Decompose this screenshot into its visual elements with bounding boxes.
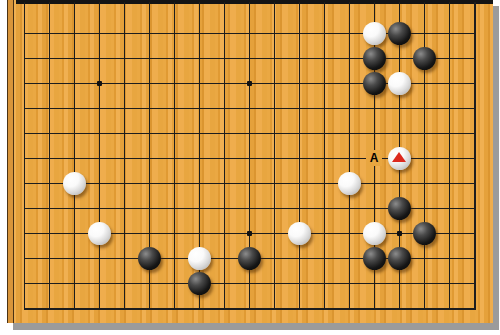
grid-line-vertical — [274, 2, 275, 308]
board-top-edge-line — [16, 0, 493, 4]
black-stone[interactable] — [413, 222, 436, 245]
grid-line-horizontal — [24, 133, 476, 134]
black-stone[interactable] — [388, 22, 411, 45]
white-stone[interactable] — [288, 222, 311, 245]
star-point — [247, 81, 252, 86]
black-stone[interactable] — [413, 47, 436, 70]
white-stone[interactable] — [63, 172, 86, 195]
white-stone[interactable] — [363, 222, 386, 245]
grid-line-vertical — [99, 2, 100, 308]
grid-line-vertical — [449, 2, 450, 308]
star-point — [97, 81, 102, 86]
grid-line-vertical — [174, 2, 175, 308]
black-stone[interactable] — [363, 247, 386, 270]
grid-line-vertical — [74, 2, 75, 308]
black-stone[interactable] — [363, 72, 386, 95]
white-stone[interactable] — [388, 72, 411, 95]
black-stone[interactable] — [363, 47, 386, 70]
star-point — [247, 231, 252, 236]
grid-line-vertical — [299, 2, 300, 308]
black-stone[interactable] — [388, 247, 411, 270]
grid-line-horizontal — [24, 58, 476, 59]
star-point — [397, 231, 402, 236]
board-shadow-right — [493, 6, 499, 330]
grid-line-vertical — [124, 2, 125, 308]
black-stone[interactable] — [138, 247, 161, 270]
grid-line-vertical — [349, 2, 350, 308]
white-stone[interactable] — [188, 247, 211, 270]
last-move-triangle-icon — [392, 152, 406, 162]
grid-line-horizontal — [24, 183, 476, 184]
white-stone[interactable] — [388, 147, 411, 170]
go-board-screenshot: A — [0, 0, 500, 335]
black-stone[interactable] — [388, 197, 411, 220]
grid-line-horizontal — [24, 308, 476, 310]
white-stone[interactable] — [338, 172, 361, 195]
point-label-a[interactable]: A — [366, 150, 382, 166]
grid-line-vertical — [224, 2, 225, 308]
grid-line-vertical — [474, 2, 476, 308]
white-stone[interactable] — [88, 222, 111, 245]
black-stone[interactable] — [188, 272, 211, 295]
board-shadow-bottom — [13, 323, 499, 330]
black-stone[interactable] — [238, 247, 261, 270]
board-left-edge — [7, 0, 14, 323]
grid-line-horizontal — [24, 108, 476, 109]
white-stone[interactable] — [363, 22, 386, 45]
grid-line-vertical — [49, 2, 50, 308]
grid-line-horizontal — [24, 283, 476, 284]
grid-line-vertical — [24, 2, 25, 308]
grid-line-vertical — [324, 2, 325, 308]
